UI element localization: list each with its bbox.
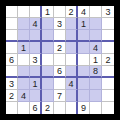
- cell-r3c4[interactable]: [42, 30, 54, 42]
- cell-r6c9[interactable]: [102, 66, 114, 78]
- cell-r6c1[interactable]: [6, 66, 18, 78]
- cell-r5c3[interactable]: 3: [30, 54, 42, 66]
- cell-r4c4[interactable]: [42, 42, 54, 54]
- cell-r1c8[interactable]: [90, 6, 102, 18]
- cell-r1c9[interactable]: 3: [102, 6, 114, 18]
- cell-r9c3[interactable]: 6: [30, 102, 42, 114]
- cell-r5c9[interactable]: 2: [102, 54, 114, 66]
- cell-r1c1[interactable]: [6, 6, 18, 18]
- cell-r2c5[interactable]: 3: [54, 18, 66, 30]
- cell-r7c4[interactable]: [42, 78, 54, 90]
- cell-r9c1[interactable]: [6, 102, 18, 114]
- cell-r1c5[interactable]: [54, 6, 66, 18]
- cell-r4c6[interactable]: [66, 42, 78, 54]
- cell-r2c6[interactable]: [66, 18, 78, 30]
- cell-r4c1[interactable]: [6, 42, 18, 54]
- cell-r9c5[interactable]: [54, 102, 66, 114]
- cell-r4c2[interactable]: 1: [18, 42, 30, 54]
- cell-r8c7[interactable]: [78, 90, 90, 102]
- cell-r6c6[interactable]: [66, 66, 78, 78]
- cell-r2c8[interactable]: [90, 18, 102, 30]
- cell-r3c9[interactable]: [102, 30, 114, 42]
- cell-r6c4[interactable]: [42, 66, 54, 78]
- cell-r2c1[interactable]: [6, 18, 18, 30]
- cell-r4c8[interactable]: 4: [90, 42, 102, 54]
- cell-r7c3[interactable]: 1: [30, 78, 42, 90]
- cell-r9c6[interactable]: [66, 102, 78, 114]
- cell-r5c5[interactable]: [54, 54, 66, 66]
- cell-r5c4[interactable]: [42, 54, 54, 66]
- cell-r5c8[interactable]: 1: [90, 54, 102, 66]
- cell-r8c8[interactable]: [90, 90, 102, 102]
- cell-r9c2[interactable]: [18, 102, 30, 114]
- cell-r1c3[interactable]: [30, 6, 42, 18]
- cell-r5c6[interactable]: [66, 54, 78, 66]
- cell-r2c3[interactable]: 4: [30, 18, 42, 30]
- sudoku-board: 1243431124631268314247629: [6, 6, 114, 114]
- cell-r2c9[interactable]: [102, 18, 114, 30]
- cell-r7c2[interactable]: [18, 78, 30, 90]
- cell-r1c2[interactable]: [18, 6, 30, 18]
- cell-r3c2[interactable]: [18, 30, 30, 42]
- cell-r7c1[interactable]: 3: [6, 78, 18, 90]
- cell-r2c4[interactable]: [42, 18, 54, 30]
- cell-r7c5[interactable]: [54, 78, 66, 90]
- cell-r8c4[interactable]: [42, 90, 54, 102]
- cell-r8c6[interactable]: [66, 90, 78, 102]
- cell-r6c7[interactable]: [78, 66, 90, 78]
- cell-r8c5[interactable]: 7: [54, 90, 66, 102]
- cell-r1c6[interactable]: 2: [66, 6, 78, 18]
- cell-r8c3[interactable]: [30, 90, 42, 102]
- cell-r7c7[interactable]: [78, 78, 90, 90]
- cell-r8c2[interactable]: 4: [18, 90, 30, 102]
- cell-r8c1[interactable]: 2: [6, 90, 18, 102]
- cell-r3c8[interactable]: [90, 30, 102, 42]
- cell-r9c7[interactable]: 9: [78, 102, 90, 114]
- cell-r3c6[interactable]: [66, 30, 78, 42]
- cell-r9c8[interactable]: [90, 102, 102, 114]
- cell-r2c7[interactable]: 1: [78, 18, 90, 30]
- cell-r4c7[interactable]: [78, 42, 90, 54]
- cell-r3c7[interactable]: [78, 30, 90, 42]
- cell-r7c8[interactable]: [90, 78, 102, 90]
- cell-r6c8[interactable]: 8: [90, 66, 102, 78]
- cell-r5c1[interactable]: 6: [6, 54, 18, 66]
- board-frame: 1243431124631268314247629: [0, 0, 120, 120]
- cell-r2c2[interactable]: [18, 18, 30, 30]
- cell-r6c2[interactable]: [18, 66, 30, 78]
- cell-r8c9[interactable]: [102, 90, 114, 102]
- cell-r9c4[interactable]: 2: [42, 102, 54, 114]
- cell-r1c4[interactable]: 1: [42, 6, 54, 18]
- cell-r5c7[interactable]: [78, 54, 90, 66]
- cell-r6c5[interactable]: 6: [54, 66, 66, 78]
- cell-r6c3[interactable]: [30, 66, 42, 78]
- cell-r7c6[interactable]: 4: [66, 78, 78, 90]
- cell-r1c7[interactable]: 4: [78, 6, 90, 18]
- cell-r5c2[interactable]: [18, 54, 30, 66]
- cell-r7c9[interactable]: [102, 78, 114, 90]
- cell-r3c3[interactable]: [30, 30, 42, 42]
- cell-r4c5[interactable]: 2: [54, 42, 66, 54]
- cell-r4c3[interactable]: [30, 42, 42, 54]
- cell-r3c1[interactable]: [6, 30, 18, 42]
- cell-r3c5[interactable]: [54, 30, 66, 42]
- cell-r9c9[interactable]: [102, 102, 114, 114]
- cell-r4c9[interactable]: [102, 42, 114, 54]
